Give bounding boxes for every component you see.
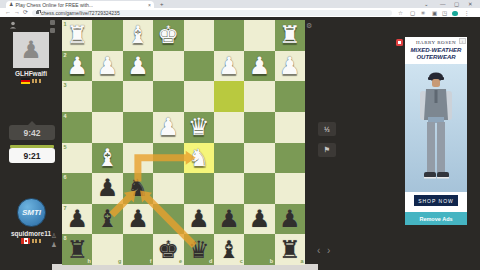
remove-ads-button[interactable]: Remove Ads [405,212,467,225]
piece-black-pawn-g6[interactable]: ♟ [92,173,122,204]
square-e1[interactable]: ♚ [153,20,183,51]
extension-icon-1[interactable]: ▢ [410,10,415,16]
square-c4[interactable] [214,112,244,143]
piece-black-pawn-d7[interactable]: ♟ [184,204,214,235]
square-c5[interactable] [214,143,244,174]
piece-white-pawn-f2[interactable]: ♟ [123,51,153,82]
piece-black-queen-d8[interactable]: ♛ [184,234,214,265]
square-b1[interactable] [244,20,274,51]
rank-label-5: 5 [64,144,67,150]
opponent-username[interactable]: GLHFwaifi [0,70,62,77]
browser-profile-avatar[interactable] [452,11,458,17]
square-b3[interactable] [244,81,274,112]
rank-label-6: 6 [64,174,67,180]
back-icon[interactable]: ← [5,9,11,16]
square-f8[interactable]: f [123,234,153,265]
square-c1[interactable] [214,20,244,51]
germany-flag-icon [21,78,30,84]
square-e8[interactable]: e♚ [153,234,183,265]
square-c8[interactable]: c♝ [214,234,244,265]
browser-tab[interactable]: ♟ Play Chess Online for FREE with... × [6,1,154,8]
browser-toolbar: ← → ⟳ chess.com/game/live/72729324235 ☆ … [0,8,480,17]
piece-white-pawn-c2[interactable]: ♟ [214,51,244,82]
square-e6[interactable] [153,173,183,204]
square-h7[interactable]: 7♟ [62,204,92,235]
square-d4[interactable]: ♛ [184,112,214,143]
user-icon[interactable] [9,21,17,29]
adchoices-icon[interactable]: i [459,38,466,44]
square-h2[interactable]: 2♟ [62,51,92,82]
chess-board[interactable]: 1♜♝♚♜2♟♟♟♟♟♟34♟♛5♝♞6♟♞7♟♝♟♟♟♟♟8h♜gfe♚d♛c… [62,20,305,265]
square-a1[interactable]: ♜ [275,20,305,51]
window-close-button[interactable]: ✕ [468,0,473,8]
square-e5[interactable] [153,143,183,174]
piece-white-bishop-f1[interactable]: ♝ [123,20,153,51]
piece-white-rook-h1[interactable]: ♜ [62,20,92,51]
extension-icon-2[interactable]: ✳ [421,10,426,16]
draw-offer-button[interactable]: ½ [318,122,336,136]
piece-black-pawn-b7[interactable]: ♟ [244,204,274,235]
opponent-clock: 9:42 [9,125,55,140]
piece-black-rook-h8[interactable]: ♜ [62,234,92,265]
url-text: chess.com/game/live/72729324235 [41,10,120,16]
move-forward-chevron[interactable]: › [327,246,330,256]
square-d5[interactable]: ♞ [184,143,214,174]
piece-black-bishop-g7[interactable]: ♝ [92,204,122,235]
square-c7[interactable]: ♟ [214,204,244,235]
rank-label-4: 4 [64,113,67,119]
file-label-b: b [270,258,273,264]
square-h6[interactable]: 6 [62,173,92,204]
piece-white-pawn-e4[interactable]: ♟ [153,112,183,143]
tab-close-icon[interactable]: × [148,2,151,8]
square-b8[interactable]: b [244,234,274,265]
square-h5[interactable]: 5 [62,143,92,174]
rank-label-3: 3 [64,82,67,88]
square-a3[interactable] [275,81,305,112]
reload-icon[interactable]: ⟳ [23,9,28,16]
piece-black-pawn-f7[interactable]: ♟ [123,204,153,235]
square-g8[interactable]: g [92,234,122,265]
square-f6[interactable]: ♞ [123,173,153,204]
square-h3[interactable]: 3 [62,81,92,112]
piece-black-knight-f6[interactable]: ♞ [123,173,153,204]
ad-brand: HARRY ROSEN [405,40,467,45]
square-f4[interactable] [123,112,153,143]
square-e7[interactable] [153,204,183,235]
square-f1[interactable]: ♝ [123,20,153,51]
captured-piece-icon: ♟ [51,242,57,249]
sidebar-ad[interactable]: i HARRY ROSEN MIXED-WEATHER OUTERWEAR SH… [405,37,467,212]
square-h4[interactable]: 4 [62,112,92,143]
window-minimize-button[interactable]: — [440,0,446,8]
piece-black-pawn-h7[interactable]: ♟ [62,204,92,235]
square-g1[interactable] [92,20,122,51]
file-label-f: f [150,258,152,264]
square-f5[interactable] [123,143,153,174]
square-d1[interactable] [184,20,214,51]
square-b6[interactable] [244,173,274,204]
browser-tab-strip: ♟ Play Chess Online for FREE with... × +… [0,0,480,8]
square-g7[interactable]: ♝ [92,204,122,235]
square-f2[interactable]: ♟ [123,51,153,82]
square-a5[interactable] [275,143,305,174]
tab-search-icon[interactable]: ⌄ [424,0,429,8]
piece-black-king-e8[interactable]: ♚ [153,234,183,265]
piece-black-rook-a8[interactable]: ♜ [275,234,305,265]
square-a7[interactable]: ♟ [275,204,305,235]
pawn-avatar-icon: ♟ [20,32,42,68]
piece-white-pawn-a2[interactable]: ♟ [275,51,305,82]
square-a2[interactable]: ♟ [275,51,305,82]
square-b4[interactable] [244,112,274,143]
square-f3[interactable] [123,81,153,112]
file-label-g: g [118,258,121,264]
square-d2[interactable] [184,51,214,82]
square-a8[interactable]: a♜ [275,234,305,265]
square-g4[interactable] [92,112,122,143]
square-g6[interactable]: ♟ [92,173,122,204]
extension-icon-3[interactable]: ▣ [432,10,437,16]
extension-icon-4[interactable]: ◳ [442,10,447,16]
square-f7[interactable]: ♟ [123,204,153,235]
piece-white-rook-a1[interactable]: ♜ [275,20,305,51]
square-d8[interactable]: d♛ [184,234,214,265]
chess-favicon-icon: ♟ [9,2,13,7]
piece-white-pawn-h2[interactable]: ♟ [62,51,92,82]
pawn-badge-icon[interactable] [50,28,55,33]
opponent-flag-row [0,78,62,84]
square-g5[interactable]: ♝ [92,143,122,174]
square-h1[interactable]: 1♜ [62,20,92,51]
canada-flag-icon [21,238,30,244]
red-badge-icon [396,39,403,46]
square-g2[interactable]: ♟ [92,51,122,82]
window-maximize-button[interactable]: ▢ [454,0,459,8]
ad-model-photo [405,64,467,192]
piece-white-pawn-g2[interactable]: ♟ [92,51,122,82]
piece-white-bishop-g5[interactable]: ♝ [92,143,122,174]
move-back-chevron[interactable]: ‹ [317,246,320,256]
bookmark-star-icon[interactable]: ☆ [398,10,403,16]
forward-icon[interactable]: → [14,9,20,16]
piece-white-pawn-b2[interactable]: ♟ [244,51,274,82]
padlock-icon [36,11,39,14]
my-clock: 9:21 [9,148,55,163]
piece-white-queen-d4[interactable]: ♛ [184,112,214,143]
square-e3[interactable] [153,81,183,112]
square-d3[interactable] [184,81,214,112]
opponent-avatar[interactable]: ♟ [13,32,49,68]
piece-black-pawn-c7[interactable]: ♟ [214,204,244,235]
ad-headline: MIXED-WEATHER OUTERWEAR [405,47,467,61]
shop-now-button[interactable]: SHOP NOW [414,195,458,206]
my-avatar[interactable]: SMTI [17,198,46,227]
piece-white-king-e1[interactable]: ♚ [153,20,183,51]
square-a6[interactable] [275,173,305,204]
square-b2[interactable]: ♟ [244,51,274,82]
square-g3[interactable] [92,81,122,112]
piece-white-knight-d5[interactable]: ♞ [184,143,214,174]
new-tab-button[interactable]: + [160,1,164,7]
tab-title: Play Chess Online for FREE with... [15,2,146,8]
square-e4[interactable]: ♟ [153,112,183,143]
square-e2[interactable] [153,51,183,82]
piece-black-bishop-c8[interactable]: ♝ [214,234,244,265]
board-settings-gear-icon[interactable]: ⚙ [306,22,312,30]
square-c6[interactable] [214,173,244,204]
resign-flag-button[interactable]: ⚑ [318,143,336,157]
captured-pawn-icon: ♙ [51,233,57,240]
square-b7[interactable]: ♟ [244,204,274,235]
square-b5[interactable] [244,143,274,174]
url-bar[interactable]: chess.com/game/live/72729324235 [32,10,392,16]
browser-menu-icon[interactable]: ⋮ [464,10,470,16]
challenge-icon[interactable] [50,20,55,25]
square-h8[interactable]: 8h♜ [62,234,92,265]
piece-black-pawn-a7[interactable]: ♟ [275,204,305,235]
square-a4[interactable] [275,112,305,143]
square-d6[interactable] [184,173,214,204]
square-c3[interactable] [214,81,244,112]
square-c2[interactable]: ♟ [214,51,244,82]
square-d7[interactable]: ♟ [184,204,214,235]
